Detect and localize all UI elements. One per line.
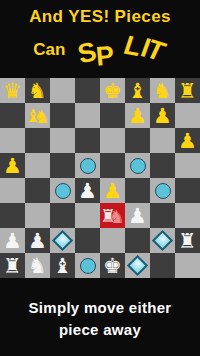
square-c2[interactable] [50, 228, 75, 253]
white-rook: ♜ [3, 253, 22, 278]
square-f2[interactable] [125, 228, 150, 253]
square-a8[interactable]: ♛ [0, 78, 25, 103]
square-e3[interactable]: ♜♞ [100, 203, 125, 228]
ad-headline: And YES! Pieces Can SPLIT [0, 0, 200, 78]
square-f3[interactable]: ♟ [125, 203, 150, 228]
square-d4[interactable]: ♟ [75, 178, 100, 203]
square-d3[interactable] [75, 203, 100, 228]
square-b8[interactable]: ♞ [25, 78, 50, 103]
square-h3[interactable] [175, 203, 200, 228]
white-knight: ♞ [28, 253, 47, 278]
square-e6[interactable] [100, 128, 125, 153]
square-e7[interactable] [100, 103, 125, 128]
headline-line1: And YES! Pieces [29, 7, 171, 27]
square-c6[interactable] [50, 128, 75, 153]
square-e5[interactable] [100, 153, 125, 178]
square-f7[interactable]: ♟ [125, 103, 150, 128]
square-h5[interactable] [175, 153, 200, 178]
square-f8[interactable]: ♝ [125, 78, 150, 103]
square-a3[interactable] [0, 203, 25, 228]
yellow-queen: ♛ [3, 78, 22, 103]
yellow-king: ♚ [103, 78, 122, 103]
square-c5[interactable] [50, 153, 75, 178]
square-c1[interactable]: ♝ [50, 253, 75, 278]
white-pawn: ♟ [28, 228, 47, 253]
square-e1[interactable]: ♚ [100, 253, 125, 278]
square-g1[interactable] [150, 253, 175, 278]
yellow-pawn: ♟ [103, 178, 122, 203]
square-h8[interactable]: ♜ [175, 78, 200, 103]
split-marker-diamond [127, 255, 148, 276]
headline-line2: Can SPLIT [33, 30, 167, 60]
square-d5[interactable] [75, 153, 100, 178]
split-letter-P: P [95, 40, 116, 71]
square-d2[interactable] [75, 228, 100, 253]
headline-can: Can [33, 40, 65, 60]
chess-board: ♛♞♚♝♞♜♝♞♟♟♟♟♟♟♜♞♟♟♟♜♜♞♝♚ [0, 78, 200, 278]
square-b5[interactable] [25, 153, 50, 178]
square-g3[interactable] [150, 203, 175, 228]
move-marker-circle [80, 158, 96, 174]
square-c4[interactable] [50, 178, 75, 203]
yellow-bishop: ♝ [128, 78, 147, 103]
move-marker-circle [130, 158, 146, 174]
square-g7[interactable]: ♟ [150, 103, 175, 128]
square-c3[interactable] [50, 203, 75, 228]
square-g4[interactable] [150, 178, 175, 203]
move-marker-circle [155, 183, 171, 199]
ad-footer: Simply move either piece away [0, 297, 200, 341]
square-f4[interactable] [125, 178, 150, 203]
square-e2[interactable] [100, 228, 125, 253]
red-knight: ♞ [109, 205, 125, 229]
square-b6[interactable] [25, 128, 50, 153]
move-marker-circle [80, 258, 96, 274]
yellow-pawn: ♟ [178, 128, 197, 153]
square-c7[interactable] [50, 103, 75, 128]
square-f1[interactable] [125, 253, 150, 278]
split-marker-diamond [152, 230, 173, 251]
square-a4[interactable] [0, 178, 25, 203]
headline-split-word: SPLIT [76, 30, 167, 60]
square-h2[interactable]: ♜ [175, 228, 200, 253]
square-e4[interactable]: ♟ [100, 178, 125, 203]
square-d8[interactable] [75, 78, 100, 103]
white-pawn: ♟ [78, 178, 97, 203]
split-marker-diamond [52, 230, 73, 251]
square-a5[interactable]: ♟ [0, 153, 25, 178]
square-h6[interactable]: ♟ [175, 128, 200, 153]
square-b3[interactable] [25, 203, 50, 228]
yellow-pawn: ♟ [153, 103, 172, 128]
yellow-knight: ♞ [34, 105, 50, 129]
square-h4[interactable] [175, 178, 200, 203]
square-b1[interactable]: ♞ [25, 253, 50, 278]
white-pawn: ♟ [128, 203, 147, 228]
square-h1[interactable] [175, 253, 200, 278]
move-marker-circle [55, 183, 71, 199]
square-f6[interactable] [125, 128, 150, 153]
footer-line1: Simply move either [0, 297, 200, 319]
square-g8[interactable]: ♞ [150, 78, 175, 103]
square-g6[interactable] [150, 128, 175, 153]
square-c8[interactable] [50, 78, 75, 103]
square-g2[interactable] [150, 228, 175, 253]
square-d1[interactable] [75, 253, 100, 278]
yellow-rook: ♜ [178, 78, 197, 103]
square-g5[interactable] [150, 153, 175, 178]
square-b4[interactable] [25, 178, 50, 203]
square-h7[interactable] [175, 103, 200, 128]
yellow-pawn: ♟ [128, 103, 147, 128]
square-a1[interactable]: ♜ [0, 253, 25, 278]
yellow-knight: ♞ [28, 78, 47, 103]
white-rook: ♜ [178, 228, 197, 253]
square-b7[interactable]: ♝♞ [25, 103, 50, 128]
white-bishop: ♝ [53, 253, 72, 278]
white-king: ♚ [103, 253, 122, 278]
yellow-knight: ♞ [153, 78, 172, 103]
white-pawn: ♟ [3, 228, 22, 253]
square-f5[interactable] [125, 153, 150, 178]
square-b2[interactable]: ♟ [25, 228, 50, 253]
square-a6[interactable] [0, 128, 25, 153]
footer-line2: piece away [0, 319, 200, 341]
square-d6[interactable] [75, 128, 100, 153]
square-a2[interactable]: ♟ [0, 228, 25, 253]
yellow-pawn: ♟ [3, 153, 22, 178]
square-e8[interactable]: ♚ [100, 78, 125, 103]
square-d7[interactable] [75, 103, 100, 128]
square-a7[interactable] [0, 103, 25, 128]
